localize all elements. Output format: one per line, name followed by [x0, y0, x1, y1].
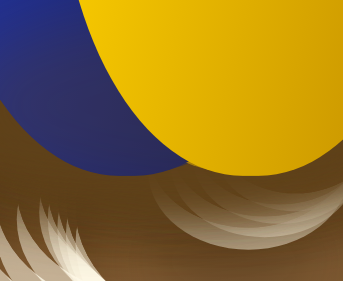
peg-yellow[interactable]: [0, 0, 343, 211]
pegs-layer: [0, 0, 343, 281]
chinese-checkers-photo: [0, 0, 343, 281]
